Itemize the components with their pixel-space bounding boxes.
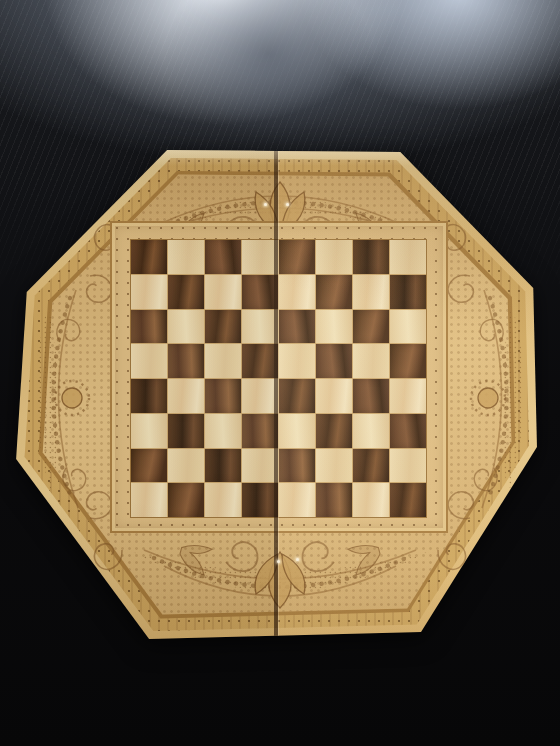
hinge-screw	[264, 203, 267, 206]
chess-board	[14, 146, 546, 646]
hinge-screw	[286, 203, 289, 206]
hinge-screw	[277, 560, 280, 563]
table-surface	[0, 0, 560, 746]
hinge-screw	[296, 558, 299, 561]
